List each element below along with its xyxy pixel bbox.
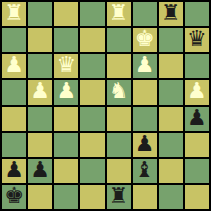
square-e1[interactable]: ♜ xyxy=(107,185,131,209)
square-b8[interactable] xyxy=(28,2,52,26)
square-g3[interactable] xyxy=(159,133,183,157)
square-a5[interactable] xyxy=(2,80,26,104)
square-b5[interactable]: ♟ xyxy=(28,80,52,104)
square-c3[interactable] xyxy=(54,133,78,157)
square-e2[interactable] xyxy=(107,159,131,183)
black-bishop-piece: ♝ xyxy=(135,159,155,181)
square-a8[interactable]: ♜ xyxy=(2,2,26,26)
square-a7[interactable] xyxy=(2,28,26,52)
square-a4[interactable] xyxy=(2,107,26,131)
square-h2[interactable] xyxy=(185,159,209,183)
square-e4[interactable] xyxy=(107,107,131,131)
chess-board: ♜♜♜♚♛♟♛♟♟♟♞♟♟♟♟♟♝♚♜ xyxy=(0,0,211,211)
square-h7[interactable]: ♛ xyxy=(185,28,209,52)
square-a2[interactable]: ♟ xyxy=(2,159,26,183)
square-d2[interactable] xyxy=(80,159,104,183)
square-f4[interactable] xyxy=(133,107,157,131)
square-b7[interactable] xyxy=(28,28,52,52)
square-c4[interactable] xyxy=(54,107,78,131)
square-g7[interactable] xyxy=(159,28,183,52)
square-f5[interactable] xyxy=(133,80,157,104)
square-d1[interactable] xyxy=(80,185,104,209)
black-rook-piece: ♜ xyxy=(109,185,129,207)
white-rook-piece: ♜ xyxy=(109,2,129,24)
white-pawn-piece: ♟ xyxy=(56,80,76,102)
square-h6[interactable] xyxy=(185,54,209,78)
black-pawn-piece: ♟ xyxy=(30,159,50,181)
square-g6[interactable] xyxy=(159,54,183,78)
square-f8[interactable] xyxy=(133,2,157,26)
square-e3[interactable] xyxy=(107,133,131,157)
square-e8[interactable]: ♜ xyxy=(107,2,131,26)
square-h5[interactable]: ♟ xyxy=(185,80,209,104)
square-c6[interactable]: ♛ xyxy=(54,54,78,78)
black-pawn-piece: ♟ xyxy=(4,159,24,181)
square-e6[interactable] xyxy=(107,54,131,78)
white-knight-piece: ♞ xyxy=(109,80,129,102)
square-d6[interactable] xyxy=(80,54,104,78)
square-d5[interactable] xyxy=(80,80,104,104)
square-g4[interactable] xyxy=(159,107,183,131)
square-b1[interactable] xyxy=(28,185,52,209)
square-f3[interactable]: ♟ xyxy=(133,133,157,157)
white-pawn-piece: ♟ xyxy=(135,54,155,76)
black-queen-piece: ♛ xyxy=(187,28,207,50)
square-b3[interactable] xyxy=(28,133,52,157)
square-d3[interactable] xyxy=(80,133,104,157)
square-g2[interactable] xyxy=(159,159,183,183)
black-rook-piece: ♜ xyxy=(161,2,181,24)
square-h1[interactable] xyxy=(185,185,209,209)
square-a3[interactable] xyxy=(2,133,26,157)
square-h3[interactable] xyxy=(185,133,209,157)
square-f1[interactable] xyxy=(133,185,157,209)
white-pawn-piece: ♟ xyxy=(187,80,207,102)
square-f6[interactable]: ♟ xyxy=(133,54,157,78)
square-e5[interactable]: ♞ xyxy=(107,80,131,104)
white-pawn-piece: ♟ xyxy=(4,54,24,76)
square-b2[interactable]: ♟ xyxy=(28,159,52,183)
square-c8[interactable] xyxy=(54,2,78,26)
square-e7[interactable] xyxy=(107,28,131,52)
black-pawn-piece: ♟ xyxy=(135,133,155,155)
square-c7[interactable] xyxy=(54,28,78,52)
square-a6[interactable]: ♟ xyxy=(2,54,26,78)
square-g5[interactable] xyxy=(159,80,183,104)
white-rook-piece: ♜ xyxy=(4,2,24,24)
square-h4[interactable]: ♟ xyxy=(185,107,209,131)
square-d7[interactable] xyxy=(80,28,104,52)
square-c5[interactable]: ♟ xyxy=(54,80,78,104)
square-g1[interactable] xyxy=(159,185,183,209)
square-c1[interactable] xyxy=(54,185,78,209)
square-b4[interactable] xyxy=(28,107,52,131)
square-d8[interactable] xyxy=(80,2,104,26)
square-f7[interactable]: ♚ xyxy=(133,28,157,52)
square-g8[interactable]: ♜ xyxy=(159,2,183,26)
square-a1[interactable]: ♚ xyxy=(2,185,26,209)
black-king-piece: ♚ xyxy=(4,185,24,207)
square-d4[interactable] xyxy=(80,107,104,131)
square-h8[interactable] xyxy=(185,2,209,26)
white-queen-piece: ♛ xyxy=(56,54,76,76)
square-b6[interactable] xyxy=(28,54,52,78)
white-king-piece: ♚ xyxy=(135,28,155,50)
square-f2[interactable]: ♝ xyxy=(133,159,157,183)
square-c2[interactable] xyxy=(54,159,78,183)
white-pawn-piece: ♟ xyxy=(30,80,50,102)
black-pawn-piece: ♟ xyxy=(187,107,207,129)
